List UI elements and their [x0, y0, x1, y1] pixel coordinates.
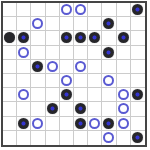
cell-r7-c9[interactable] [131, 102, 145, 116]
white-pearl [89, 118, 100, 129]
cell-r8-c3[interactable] [46, 117, 60, 131]
cell-r7-c4[interactable] [60, 102, 74, 116]
cell-r5-c4[interactable] [60, 74, 74, 88]
white-pearl [75, 61, 86, 72]
cell-r4-c7[interactable] [102, 60, 116, 74]
cell-r6-c3[interactable] [46, 88, 60, 102]
cell-r6-c4[interactable] [60, 88, 74, 102]
black-pearl [103, 47, 114, 58]
cell-r0-c3[interactable] [46, 3, 60, 17]
white-pearl [32, 118, 43, 129]
black-pearl [132, 132, 143, 143]
cell-r2-c7[interactable] [102, 31, 116, 45]
white-pearl [118, 89, 129, 100]
black-pearl [132, 4, 143, 15]
cell-r2-c0[interactable] [3, 31, 17, 45]
cell-r6-c7[interactable] [102, 88, 116, 102]
cell-r5-c6[interactable] [88, 74, 102, 88]
cell-r2-c9[interactable] [131, 31, 145, 45]
cell-r7-c7[interactable] [102, 102, 116, 116]
cell-r0-c5[interactable] [74, 3, 88, 17]
cell-r7-c2[interactable] [31, 102, 45, 116]
cell-r5-c7[interactable] [102, 74, 116, 88]
black-pearl [75, 118, 86, 129]
black-pearl [47, 103, 58, 114]
cell-r0-c0[interactable] [3, 3, 17, 17]
cell-r2-c5[interactable] [74, 31, 88, 45]
cell-r3-c1[interactable] [17, 46, 31, 60]
cell-r6-c8[interactable] [117, 88, 131, 102]
cell-r8-c4[interactable] [60, 117, 74, 131]
cell-r7-c0[interactable] [3, 102, 17, 116]
cell-r7-c8[interactable] [117, 102, 131, 116]
cell-r4-c8[interactable] [117, 60, 131, 74]
white-pearl [32, 18, 43, 29]
cell-r9-c2[interactable] [31, 131, 45, 145]
cell-r3-c4[interactable] [60, 46, 74, 60]
cell-r3-c6[interactable] [88, 46, 102, 60]
cell-r8-c9[interactable] [131, 117, 145, 131]
cell-r0-c2[interactable] [31, 3, 45, 17]
black-pearl [103, 18, 114, 29]
cell-r1-c4[interactable] [60, 17, 74, 31]
cell-r0-c6[interactable] [88, 3, 102, 17]
white-pearl [18, 89, 29, 100]
cell-r7-c1[interactable] [17, 102, 31, 116]
puzzle-canvas [0, 0, 150, 150]
cell-r6-c2[interactable] [31, 88, 45, 102]
white-pearl [103, 75, 114, 86]
black-pearl [18, 32, 29, 43]
cell-r7-c5[interactable] [74, 102, 88, 116]
black-pearl [89, 32, 100, 43]
cell-r9-c1[interactable] [17, 131, 31, 145]
cell-r6-c0[interactable] [3, 88, 17, 102]
black-pearl [61, 89, 72, 100]
cell-r1-c2[interactable] [31, 17, 45, 31]
black-pearl [75, 32, 86, 43]
cell-r9-c8[interactable] [117, 131, 131, 145]
cell-r4-c9[interactable] [131, 60, 145, 74]
cell-r2-c2[interactable] [31, 31, 45, 45]
cell-r5-c8[interactable] [117, 74, 131, 88]
cell-r0-c8[interactable] [117, 3, 131, 17]
white-pearl [103, 132, 114, 143]
white-pearl [75, 4, 86, 15]
cell-r5-c2[interactable] [31, 74, 45, 88]
cell-r2-c1[interactable] [17, 31, 31, 45]
masyu-board [1, 1, 147, 147]
black-pearl [75, 103, 86, 114]
cell-r3-c9[interactable] [131, 46, 145, 60]
cell-r4-c6[interactable] [88, 60, 102, 74]
cell-r5-c5[interactable] [74, 74, 88, 88]
cell-r0-c7[interactable] [102, 3, 116, 17]
black-pearl [32, 61, 43, 72]
cell-r5-c0[interactable] [3, 74, 17, 88]
cell-r8-c0[interactable] [3, 117, 17, 131]
white-pearl [61, 75, 72, 86]
cell-r1-c3[interactable] [46, 17, 60, 31]
cell-r9-c9[interactable] [131, 131, 145, 145]
cell-r5-c1[interactable] [17, 74, 31, 88]
cell-r1-c7[interactable] [102, 17, 116, 31]
cell-r4-c3[interactable] [46, 60, 60, 74]
cell-r8-c8[interactable] [117, 117, 131, 131]
cell-r1-c1[interactable] [17, 17, 31, 31]
white-pearl [47, 61, 58, 72]
cell-r0-c4[interactable] [60, 3, 74, 17]
cell-r3-c2[interactable] [31, 46, 45, 60]
cell-r9-c6[interactable] [88, 131, 102, 145]
black-pearl [18, 118, 29, 129]
cell-r1-c9[interactable] [131, 17, 145, 31]
cell-r3-c5[interactable] [74, 46, 88, 60]
black-pearl [103, 118, 114, 129]
cell-r4-c5[interactable] [74, 60, 88, 74]
cell-r0-c9[interactable] [131, 3, 145, 17]
cell-r6-c9[interactable] [131, 88, 145, 102]
cell-r6-c6[interactable] [88, 88, 102, 102]
cell-r8-c1[interactable] [17, 117, 31, 131]
cell-r1-c5[interactable] [74, 17, 88, 31]
black-pearl [61, 32, 72, 43]
cell-r6-c1[interactable] [17, 88, 31, 102]
cell-r3-c0[interactable] [3, 46, 17, 60]
cell-r7-c6[interactable] [88, 102, 102, 116]
cell-r8-c6[interactable] [88, 117, 102, 131]
cell-r2-c3[interactable] [46, 31, 60, 45]
cell-r8-c7[interactable] [102, 117, 116, 131]
cell-r1-c6[interactable] [88, 17, 102, 31]
white-pearl [61, 4, 72, 15]
cell-r3-c3[interactable] [46, 46, 60, 60]
cell-r6-c5[interactable] [74, 88, 88, 102]
white-pearl [18, 47, 29, 58]
cell-r4-c1[interactable] [17, 60, 31, 74]
cell-r9-c5[interactable] [74, 131, 88, 145]
cell-r2-c8[interactable] [117, 31, 131, 45]
black-pearl [132, 89, 143, 100]
cell-r1-c0[interactable] [3, 17, 17, 31]
cell-r3-c8[interactable] [117, 46, 131, 60]
cell-r0-c1[interactable] [17, 3, 31, 17]
cell-r9-c3[interactable] [46, 131, 60, 145]
cell-r9-c0[interactable] [3, 131, 17, 145]
black-pearl [118, 32, 129, 43]
cell-r2-c4[interactable] [60, 31, 74, 45]
cell-r5-c3[interactable] [46, 74, 60, 88]
cell-r9-c7[interactable] [102, 131, 116, 145]
white-pearl [118, 118, 129, 129]
cell-r4-c4[interactable] [60, 60, 74, 74]
cell-r8-c2[interactable] [31, 117, 45, 131]
cell-r3-c7[interactable] [102, 46, 116, 60]
cell-r4-c0[interactable] [3, 60, 17, 74]
cell-r9-c4[interactable] [60, 131, 74, 145]
cell-r1-c8[interactable] [117, 17, 131, 31]
cell-r8-c5[interactable] [74, 117, 88, 131]
cell-r2-c6[interactable] [88, 31, 102, 45]
cell-r7-c3[interactable] [46, 102, 60, 116]
white-pearl [118, 103, 129, 114]
black-pearl [4, 32, 15, 43]
cell-r4-c2[interactable] [31, 60, 45, 74]
cell-r5-c9[interactable] [131, 74, 145, 88]
